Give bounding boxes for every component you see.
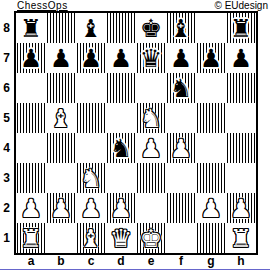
rank-label-8: 8 (0, 13, 13, 43)
black-pawn[interactable]: ♟ (196, 43, 226, 73)
square-g7[interactable]: ♟ (196, 43, 226, 73)
square-b2[interactable]: ♟ (46, 193, 76, 223)
square-c1[interactable]: ♝ (76, 223, 106, 253)
square-h2[interactable]: ♟ (226, 193, 256, 223)
square-e7[interactable]: ♛ (136, 43, 166, 73)
square-h7[interactable]: ♟ (226, 43, 256, 73)
square-d8[interactable] (106, 13, 136, 43)
square-g4[interactable] (196, 133, 226, 163)
file-label-e: e (136, 254, 166, 268)
square-h8[interactable]: ♜ (226, 13, 256, 43)
rank-label-6: 6 (0, 73, 13, 103)
square-f6[interactable]: ♞ (166, 73, 196, 103)
square-e2[interactable] (136, 193, 166, 223)
white-king[interactable]: ♚ (136, 223, 166, 253)
file-labels: abcdefgh (16, 254, 256, 268)
rank-label-7: 7 (0, 43, 13, 73)
square-a7[interactable]: ♟ (16, 43, 46, 73)
square-a5[interactable] (16, 103, 46, 133)
square-c5[interactable] (76, 103, 106, 133)
square-b6[interactable] (46, 73, 76, 103)
black-pawn[interactable]: ♟ (46, 43, 76, 73)
rank-label-1: 1 (0, 223, 13, 253)
square-h1[interactable]: ♜ (226, 223, 256, 253)
square-c8[interactable]: ♝ (76, 13, 106, 43)
square-c4[interactable] (76, 133, 106, 163)
square-a8[interactable]: ♜ (16, 13, 46, 43)
white-pawn[interactable]: ♟ (226, 193, 256, 223)
black-pawn[interactable]: ♟ (166, 43, 196, 73)
black-pawn[interactable]: ♟ (106, 43, 136, 73)
square-f2[interactable] (166, 193, 196, 223)
square-d3[interactable] (106, 163, 136, 193)
square-h4[interactable] (226, 133, 256, 163)
square-c2[interactable]: ♟ (76, 193, 106, 223)
square-c7[interactable]: ♟ (76, 43, 106, 73)
square-f4[interactable]: ♟ (166, 133, 196, 163)
white-pawn[interactable]: ♟ (76, 193, 106, 223)
square-b8[interactable] (46, 13, 76, 43)
file-label-c: c (76, 254, 106, 268)
square-e6[interactable] (136, 73, 166, 103)
white-knight[interactable]: ♞ (136, 103, 166, 133)
square-a3[interactable] (16, 163, 46, 193)
white-knight[interactable]: ♞ (76, 163, 106, 193)
square-a1[interactable]: ♜ (16, 223, 46, 253)
file-label-h: h (226, 254, 256, 268)
black-rook[interactable]: ♜ (226, 13, 256, 43)
square-d5[interactable] (106, 103, 136, 133)
square-e5[interactable]: ♞ (136, 103, 166, 133)
app-title: ChessOps (17, 0, 68, 11)
square-h5[interactable] (226, 103, 256, 133)
square-c6[interactable] (76, 73, 106, 103)
square-b4[interactable] (46, 133, 76, 163)
black-knight[interactable]: ♞ (166, 73, 196, 103)
square-f1[interactable] (166, 223, 196, 253)
rank-labels: 87654321 (0, 13, 13, 253)
square-e4[interactable]: ♟ (136, 133, 166, 163)
file-label-d: d (106, 254, 136, 268)
white-pawn[interactable]: ♟ (46, 193, 76, 223)
square-e1[interactable]: ♚ (136, 223, 166, 253)
square-d1[interactable]: ♛ (106, 223, 136, 253)
rank-label-4: 4 (0, 133, 13, 163)
file-label-f: f (166, 254, 196, 268)
white-pawn[interactable]: ♟ (106, 193, 136, 223)
square-f7[interactable]: ♟ (166, 43, 196, 73)
black-king[interactable]: ♚ (136, 13, 166, 43)
square-f3[interactable] (166, 163, 196, 193)
square-g2[interactable]: ♟ (196, 193, 226, 223)
white-pawn[interactable]: ♟ (196, 193, 226, 223)
square-c3[interactable]: ♞ (76, 163, 106, 193)
square-d2[interactable]: ♟ (106, 193, 136, 223)
rank-label-3: 3 (0, 163, 13, 193)
white-bishop[interactable]: ♝ (76, 223, 106, 253)
square-g1[interactable] (196, 223, 226, 253)
black-bishop[interactable]: ♝ (166, 13, 196, 43)
white-pawn[interactable]: ♟ (16, 193, 46, 223)
black-knight[interactable]: ♞ (106, 133, 136, 163)
square-d4[interactable]: ♞ (106, 133, 136, 163)
white-pawn[interactable]: ♟ (166, 133, 196, 163)
square-a4[interactable] (16, 133, 46, 163)
square-h3[interactable] (226, 163, 256, 193)
black-pawn[interactable]: ♟ (76, 43, 106, 73)
square-e8[interactable]: ♚ (136, 13, 166, 43)
square-b5[interactable]: ♝ (46, 103, 76, 133)
black-pawn[interactable]: ♟ (226, 43, 256, 73)
credit-text: © EUdesign (214, 0, 268, 11)
square-g6[interactable] (196, 73, 226, 103)
square-b1[interactable] (46, 223, 76, 253)
black-rook[interactable]: ♜ (16, 13, 46, 43)
file-label-b: b (46, 254, 76, 268)
square-g3[interactable] (196, 163, 226, 193)
white-bishop[interactable]: ♝ (46, 103, 76, 133)
square-e3[interactable] (136, 163, 166, 193)
white-rook[interactable]: ♜ (16, 223, 46, 253)
square-a2[interactable]: ♟ (16, 193, 46, 223)
chessops-diagram: ChessOps © EUdesign 87654321 ♜♝♚♝♜♟♟♟♟♛♟… (0, 0, 270, 270)
square-d7[interactable]: ♟ (106, 43, 136, 73)
black-queen[interactable]: ♛ (136, 43, 166, 73)
file-label-g: g (196, 254, 226, 268)
square-g8[interactable] (196, 13, 226, 43)
square-a6[interactable] (16, 73, 46, 103)
file-label-a: a (16, 254, 46, 268)
square-g5[interactable] (196, 103, 226, 133)
square-f5[interactable] (166, 103, 196, 133)
white-rook[interactable]: ♜ (226, 223, 256, 253)
square-f8[interactable]: ♝ (166, 13, 196, 43)
chess-board: ♜♝♚♝♜♟♟♟♟♛♟♟♟♞♝♞♞♟♟♞♟♟♟♟♟♟♜♝♛♚♜ (14, 11, 258, 255)
black-pawn[interactable]: ♟ (16, 43, 46, 73)
square-b7[interactable]: ♟ (46, 43, 76, 73)
square-h6[interactable] (226, 73, 256, 103)
white-queen[interactable]: ♛ (106, 223, 136, 253)
white-pawn[interactable]: ♟ (136, 133, 166, 163)
rank-label-5: 5 (0, 103, 13, 133)
rank-label-2: 2 (0, 193, 13, 223)
square-b3[interactable] (46, 163, 76, 193)
black-bishop[interactable]: ♝ (76, 13, 106, 43)
square-d6[interactable] (106, 73, 136, 103)
